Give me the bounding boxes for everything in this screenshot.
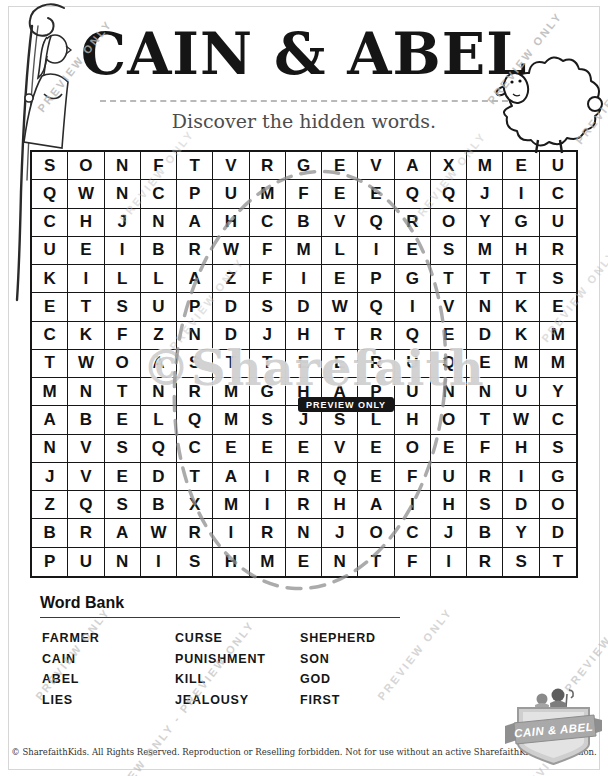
cell-r2c3[interactable]: N xyxy=(105,180,141,208)
cell-r4c1[interactable]: U xyxy=(32,237,68,265)
cell-r2c14[interactable]: I xyxy=(503,180,539,208)
cell-r8c10[interactable]: R xyxy=(358,350,394,378)
cell-r9c10[interactable]: P xyxy=(358,378,394,406)
cell-r9c15[interactable]: Y xyxy=(540,378,576,406)
cell-r13c1[interactable]: Z xyxy=(32,491,68,519)
cell-r14c2[interactable]: R xyxy=(68,519,104,547)
word-search-grid: SONFTVRGEVAXMEUQWNCPUMFEEQQJICCHJNAHCBVQ… xyxy=(30,150,578,578)
cell-r8c6[interactable]: T xyxy=(213,350,249,378)
cell-r7c2[interactable]: K xyxy=(68,322,104,350)
cell-r14c14[interactable]: Y xyxy=(503,519,539,547)
cell-r13c3[interactable]: S xyxy=(105,491,141,519)
cell-r6c15[interactable]: E xyxy=(540,293,576,321)
cell-r1c14[interactable]: E xyxy=(503,152,539,180)
cell-r6c8[interactable]: D xyxy=(286,293,322,321)
cell-r13c15[interactable]: O xyxy=(540,491,576,519)
cell-r8c11[interactable]: U xyxy=(395,350,431,378)
cell-r6c13[interactable]: N xyxy=(467,293,503,321)
cell-r13c9[interactable]: H xyxy=(322,491,358,519)
cell-r13c14[interactable]: D xyxy=(503,491,539,519)
cell-r5c15[interactable]: S xyxy=(540,265,576,293)
cell-r2c6[interactable]: U xyxy=(213,180,249,208)
cell-r13c6[interactable]: M xyxy=(213,491,249,519)
cell-r14c4[interactable]: W xyxy=(141,519,177,547)
cell-r9c1[interactable]: M xyxy=(32,378,68,406)
cell-r12c4[interactable]: D xyxy=(141,463,177,491)
cell-r10c3[interactable]: E xyxy=(105,406,141,434)
cell-r4c11[interactable]: E xyxy=(395,237,431,265)
cell-r8c2[interactable]: W xyxy=(68,350,104,378)
cell-r6c2[interactable]: T xyxy=(68,293,104,321)
cell-r6c1[interactable]: E xyxy=(32,293,68,321)
cell-r14c13[interactable]: B xyxy=(467,519,503,547)
cell-r2c10[interactable]: E xyxy=(358,180,394,208)
cell-r5c7[interactable]: F xyxy=(250,265,286,293)
cell-r2c1[interactable]: Q xyxy=(32,180,68,208)
cell-r10c8[interactable]: J xyxy=(286,406,322,434)
word-bank-item: CURSE xyxy=(175,628,300,649)
cell-r4c9[interactable]: L xyxy=(322,237,358,265)
subtitle: Discover the hidden words. xyxy=(0,110,608,132)
cell-r10c13[interactable]: T xyxy=(467,406,503,434)
cell-r7c13[interactable]: D xyxy=(467,322,503,350)
cell-r11c14[interactable]: H xyxy=(503,435,539,463)
word-bank-item: FIRST xyxy=(300,690,433,711)
word-bank-item: SHEPHERD xyxy=(300,628,433,649)
cell-r4c2[interactable]: E xyxy=(68,237,104,265)
cell-r7c10[interactable]: R xyxy=(358,322,394,350)
cell-r7c5[interactable]: N xyxy=(177,322,213,350)
cell-r2c15[interactable]: C xyxy=(540,180,576,208)
cell-r8c14[interactable]: M xyxy=(503,350,539,378)
cell-r5c11[interactable]: G xyxy=(395,265,431,293)
cell-r11c12[interactable]: E xyxy=(431,435,467,463)
cell-r2c5[interactable]: P xyxy=(177,180,213,208)
cell-r4c13[interactable]: M xyxy=(467,237,503,265)
cell-r3c12[interactable]: O xyxy=(431,209,467,237)
cell-r1c4[interactable]: F xyxy=(141,152,177,180)
cell-r15c1[interactable]: P xyxy=(32,548,68,576)
cell-r3c11[interactable]: R xyxy=(395,209,431,237)
cell-r13c12[interactable]: H xyxy=(431,491,467,519)
cell-r1c1[interactable]: S xyxy=(32,152,68,180)
cell-r3c7[interactable]: C xyxy=(250,209,286,237)
cell-r10c5[interactable]: Q xyxy=(177,406,213,434)
cell-r6c14[interactable]: K xyxy=(503,293,539,321)
cell-r11c3[interactable]: S xyxy=(105,435,141,463)
cell-r12c6[interactable]: A xyxy=(213,463,249,491)
cell-r3c15[interactable]: U xyxy=(540,209,576,237)
cell-r10c10[interactable]: L xyxy=(358,406,394,434)
cell-r13c10[interactable]: A xyxy=(358,491,394,519)
cell-r1c7[interactable]: R xyxy=(250,152,286,180)
cell-r4c3[interactable]: I xyxy=(105,237,141,265)
word-bank-item: KILL xyxy=(175,669,300,690)
cell-r11c5[interactable]: C xyxy=(177,435,213,463)
cell-r11c15[interactable]: S xyxy=(540,435,576,463)
cell-r9c12[interactable]: N xyxy=(431,378,467,406)
cell-r9c6[interactable]: M xyxy=(213,378,249,406)
cell-r11c1[interactable]: N xyxy=(32,435,68,463)
cell-r11c8[interactable]: E xyxy=(286,435,322,463)
cell-r15c4[interactable]: I xyxy=(141,548,177,576)
cell-r9c7[interactable]: G xyxy=(250,378,286,406)
cell-r4c8[interactable]: M xyxy=(286,237,322,265)
cell-r9c3[interactable]: T xyxy=(105,378,141,406)
cell-r3c4[interactable]: N xyxy=(141,209,177,237)
cell-r12c8[interactable]: R xyxy=(286,463,322,491)
cell-r6c11[interactable]: I xyxy=(395,293,431,321)
word-bank-item: SON xyxy=(300,649,433,670)
cell-r4c15[interactable]: R xyxy=(540,237,576,265)
cell-r5c5[interactable]: A xyxy=(177,265,213,293)
cell-r7c4[interactable]: Z xyxy=(141,322,177,350)
cell-r7c7[interactable]: J xyxy=(250,322,286,350)
cell-r13c11[interactable]: I xyxy=(395,491,431,519)
word-bank-item: LIES xyxy=(42,690,175,711)
cell-r5c10[interactable]: P xyxy=(358,265,394,293)
word-bank-item: JEALOUSY xyxy=(175,690,300,711)
cell-r9c8[interactable]: H xyxy=(286,378,322,406)
cell-r2c4[interactable]: C xyxy=(141,180,177,208)
cell-r7c1[interactable]: C xyxy=(32,322,68,350)
cell-r1c11[interactable]: A xyxy=(395,152,431,180)
cell-r10c14[interactable]: W xyxy=(503,406,539,434)
cell-r14c5[interactable]: R xyxy=(177,519,213,547)
cell-r10c2[interactable]: B xyxy=(68,406,104,434)
cell-r10c7[interactable]: S xyxy=(250,406,286,434)
cell-r2c13[interactable]: J xyxy=(467,180,503,208)
cell-r11c2[interactable]: V xyxy=(68,435,104,463)
cell-r9c11[interactable]: U xyxy=(395,378,431,406)
cell-r4c4[interactable]: B xyxy=(141,237,177,265)
cell-r5c14[interactable]: T xyxy=(503,265,539,293)
cell-r3c10[interactable]: Q xyxy=(358,209,394,237)
cell-r14c6[interactable]: I xyxy=(213,519,249,547)
cell-r10c1[interactable]: A xyxy=(32,406,68,434)
cell-r11c6[interactable]: E xyxy=(213,435,249,463)
cell-r3c9[interactable]: V xyxy=(322,209,358,237)
word-bank-heading: Word Bank xyxy=(40,594,124,612)
cell-r9c9[interactable]: A xyxy=(322,378,358,406)
cell-r5c6[interactable]: Z xyxy=(213,265,249,293)
cell-r15c6[interactable]: H xyxy=(213,548,249,576)
cell-r3c8[interactable]: B xyxy=(286,209,322,237)
cell-r8c15[interactable]: M xyxy=(540,350,576,378)
word-bank-col-2: CURSEPUNISHMENTKILLJEALOUSY xyxy=(175,628,300,710)
preview-watermark: PREVIEW ONLY xyxy=(562,598,608,695)
cell-r7c15[interactable]: M xyxy=(540,322,576,350)
cell-r15c8[interactable]: E xyxy=(286,548,322,576)
cell-r13c7[interactable]: I xyxy=(250,491,286,519)
cell-r15c5[interactable]: S xyxy=(177,548,213,576)
cell-r15c11[interactable]: F xyxy=(395,548,431,576)
cell-r8c5[interactable]: S xyxy=(177,350,213,378)
cell-r12c9[interactable]: Q xyxy=(322,463,358,491)
cell-r12c12[interactable]: U xyxy=(431,463,467,491)
cell-r12c13[interactable]: R xyxy=(467,463,503,491)
cell-r3c3[interactable]: J xyxy=(105,209,141,237)
cell-r14c8[interactable]: N xyxy=(286,519,322,547)
cell-r10c9[interactable]: S xyxy=(322,406,358,434)
cell-r15c3[interactable]: N xyxy=(105,548,141,576)
cell-r2c12[interactable]: Q xyxy=(431,180,467,208)
cell-r11c11[interactable]: O xyxy=(395,435,431,463)
cell-r15c15[interactable]: T xyxy=(540,548,576,576)
cell-r14c7[interactable]: R xyxy=(250,519,286,547)
cell-r5c8[interactable]: I xyxy=(286,265,322,293)
cell-r3c2[interactable]: H xyxy=(68,209,104,237)
cell-r5c4[interactable]: L xyxy=(141,265,177,293)
cell-r12c7[interactable]: I xyxy=(250,463,286,491)
word-bank-item: FARMER xyxy=(42,628,175,649)
cell-r12c1[interactable]: J xyxy=(32,463,68,491)
cell-r12c14[interactable]: I xyxy=(503,463,539,491)
cell-r4c7[interactable]: F xyxy=(250,237,286,265)
cell-r10c11[interactable]: H xyxy=(395,406,431,434)
cell-r1c8[interactable]: G xyxy=(286,152,322,180)
cell-r1c13[interactable]: M xyxy=(467,152,503,180)
cell-r6c4[interactable]: U xyxy=(141,293,177,321)
cell-r4c6[interactable]: W xyxy=(213,237,249,265)
cell-r13c13[interactable]: S xyxy=(467,491,503,519)
cell-r9c4[interactable]: N xyxy=(141,378,177,406)
cell-r9c5[interactable]: R xyxy=(177,378,213,406)
word-bank-item: ABEL xyxy=(42,669,175,690)
cell-r14c10[interactable]: O xyxy=(358,519,394,547)
cell-r14c3[interactable]: A xyxy=(105,519,141,547)
cell-r15c12[interactable]: I xyxy=(431,548,467,576)
cell-r7c8[interactable]: H xyxy=(286,322,322,350)
cell-r3c5[interactable]: A xyxy=(177,209,213,237)
cell-r15c13[interactable]: R xyxy=(467,548,503,576)
cell-r12c10[interactable]: E xyxy=(358,463,394,491)
cell-r3c14[interactable]: G xyxy=(503,209,539,237)
cell-r10c6[interactable]: M xyxy=(213,406,249,434)
cell-r7c6[interactable]: D xyxy=(213,322,249,350)
word-bank-item: PUNISHMENT xyxy=(175,649,300,670)
cell-r4c5[interactable]: R xyxy=(177,237,213,265)
cell-r7c3[interactable]: F xyxy=(105,322,141,350)
cell-r3c13[interactable]: Y xyxy=(467,209,503,237)
cell-r6c12[interactable]: V xyxy=(431,293,467,321)
cell-r9c2[interactable]: N xyxy=(68,378,104,406)
cell-r10c12[interactable]: O xyxy=(431,406,467,434)
cell-r11c10[interactable]: E xyxy=(358,435,394,463)
cell-r2c7[interactable]: M xyxy=(250,180,286,208)
cell-r6c7[interactable]: S xyxy=(250,293,286,321)
cell-r6c3[interactable]: S xyxy=(105,293,141,321)
cell-r14c11[interactable]: C xyxy=(395,519,431,547)
cell-r13c5[interactable]: X xyxy=(177,491,213,519)
cell-r5c1[interactable]: K xyxy=(32,265,68,293)
cell-r13c4[interactable]: B xyxy=(141,491,177,519)
cell-r8c13[interactable]: E xyxy=(467,350,503,378)
cell-r8c7[interactable]: T xyxy=(250,350,286,378)
cell-r5c3[interactable]: L xyxy=(105,265,141,293)
cell-r14c1[interactable]: B xyxy=(32,519,68,547)
cell-r11c13[interactable]: F xyxy=(467,435,503,463)
cell-r8c12[interactable]: Q xyxy=(431,350,467,378)
cell-r12c11[interactable]: F xyxy=(395,463,431,491)
cell-r14c9[interactable]: J xyxy=(322,519,358,547)
cell-r3c1[interactable]: C xyxy=(32,209,68,237)
cell-r6c6[interactable]: D xyxy=(213,293,249,321)
cell-r12c15[interactable]: G xyxy=(540,463,576,491)
cell-r8c8[interactable]: E xyxy=(286,350,322,378)
word-bank-item: GOD xyxy=(300,669,433,690)
cell-r12c5[interactable]: T xyxy=(177,463,213,491)
cell-r4c12[interactable]: S xyxy=(431,237,467,265)
cell-r8c3[interactable]: O xyxy=(105,350,141,378)
cell-r6c9[interactable]: W xyxy=(322,293,358,321)
cell-r15c7[interactable]: M xyxy=(250,548,286,576)
cell-r6c10[interactable]: Q xyxy=(358,293,394,321)
cell-r4c14[interactable]: H xyxy=(503,237,539,265)
cell-r15c14[interactable]: S xyxy=(503,548,539,576)
cell-r13c8[interactable]: R xyxy=(286,491,322,519)
page-title: CAIN & ABEL xyxy=(0,20,608,87)
cell-r8c1[interactable]: T xyxy=(32,350,68,378)
cell-r10c4[interactable]: L xyxy=(141,406,177,434)
cell-r4c10[interactable]: I xyxy=(358,237,394,265)
cell-r2c8[interactable]: F xyxy=(286,180,322,208)
cell-r11c4[interactable]: Q xyxy=(141,435,177,463)
word-bank-col-1: FARMERCAINABELLIES xyxy=(42,628,175,710)
word-bank-item: CAIN xyxy=(42,649,175,670)
cell-r1c3[interactable]: N xyxy=(105,152,141,180)
cell-r7c14[interactable]: K xyxy=(503,322,539,350)
cell-r5c13[interactable]: T xyxy=(467,265,503,293)
cell-r15c2[interactable]: U xyxy=(68,548,104,576)
cell-r12c2[interactable]: V xyxy=(68,463,104,491)
cell-r1c12[interactable]: X xyxy=(431,152,467,180)
cell-r5c2[interactable]: I xyxy=(68,265,104,293)
word-bank-col-3: SHEPHERDSONGODFIRST xyxy=(300,628,433,710)
cell-r11c9[interactable]: V xyxy=(322,435,358,463)
cell-r7c9[interactable]: T xyxy=(322,322,358,350)
cell-r3c6[interactable]: H xyxy=(213,209,249,237)
cell-r11c7[interactable]: E xyxy=(250,435,286,463)
word-bank: FARMERCAINABELLIES CURSEPUNISHMENTKILLJE… xyxy=(42,628,462,710)
cell-r5c9[interactable]: E xyxy=(322,265,358,293)
cell-r7c12[interactable]: E xyxy=(431,322,467,350)
cell-r8c9[interactable]: E xyxy=(322,350,358,378)
cell-r1c5[interactable]: T xyxy=(177,152,213,180)
word-bank-divider xyxy=(40,617,400,618)
cain-abel-badge: CAIN & ABEL xyxy=(505,686,602,772)
cell-r2c2[interactable]: W xyxy=(68,180,104,208)
cell-r8c4[interactable]: A xyxy=(141,350,177,378)
cell-r1c15[interactable]: U xyxy=(540,152,576,180)
cell-r9c14[interactable]: U xyxy=(503,378,539,406)
cell-r6c5[interactable]: P xyxy=(177,293,213,321)
cell-r15c9[interactable]: N xyxy=(322,548,358,576)
cell-r14c12[interactable]: J xyxy=(431,519,467,547)
cell-r13c2[interactable]: Q xyxy=(68,491,104,519)
cell-r9c13[interactable]: N xyxy=(467,378,503,406)
cell-r7c11[interactable]: Q xyxy=(395,322,431,350)
cell-r15c10[interactable]: T xyxy=(358,548,394,576)
cell-r1c10[interactable]: V xyxy=(358,152,394,180)
cell-r12c3[interactable]: E xyxy=(105,463,141,491)
cell-r1c9[interactable]: E xyxy=(322,152,358,180)
cell-r10c15[interactable]: C xyxy=(540,406,576,434)
title-divider xyxy=(100,100,508,102)
cell-r14c15[interactable]: D xyxy=(540,519,576,547)
cell-r2c9[interactable]: E xyxy=(322,180,358,208)
cell-r1c6[interactable]: V xyxy=(213,152,249,180)
cell-r5c12[interactable]: T xyxy=(431,265,467,293)
cell-r2c11[interactable]: Q xyxy=(395,180,431,208)
cell-r1c2[interactable]: O xyxy=(68,152,104,180)
